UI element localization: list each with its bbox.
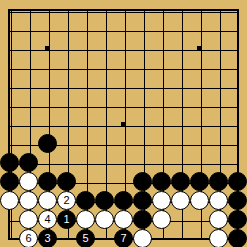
white-stone: 4 — [38, 210, 57, 229]
stones-layer: 2416357 — [0, 1, 247, 247]
black-stone — [209, 172, 228, 191]
move-number-label: 3 — [44, 233, 50, 244]
move-number-label: 4 — [44, 214, 50, 225]
white-stone — [76, 210, 95, 229]
white-stone — [209, 210, 228, 229]
black-stone — [228, 191, 247, 210]
black-stone — [38, 172, 57, 191]
move-number-label: 2 — [63, 195, 69, 206]
white-stone — [95, 210, 114, 229]
black-stone — [190, 172, 209, 191]
white-stone: 6 — [19, 229, 38, 247]
white-stone — [0, 191, 19, 210]
white-stone — [19, 172, 38, 191]
black-stone: 7 — [114, 229, 133, 247]
black-stone — [19, 153, 38, 172]
black-stone — [133, 191, 152, 210]
black-stone — [76, 191, 95, 210]
black-stone — [0, 172, 19, 191]
black-stone: 1 — [57, 210, 76, 229]
white-stone — [38, 191, 57, 210]
black-stone — [114, 191, 133, 210]
black-stone — [38, 134, 57, 153]
black-stone — [152, 172, 171, 191]
white-stone — [114, 210, 133, 229]
black-stone: 3 — [38, 229, 57, 247]
white-stone — [152, 191, 171, 210]
black-stone — [171, 172, 190, 191]
move-number-label: 7 — [120, 233, 126, 244]
white-stone — [19, 191, 38, 210]
white-stone — [209, 229, 228, 247]
white-stone: 2 — [57, 191, 76, 210]
black-stone: 5 — [76, 229, 95, 247]
white-stone — [190, 191, 209, 210]
go-board[interactable]: 2416357 — [0, 0, 247, 247]
black-stone — [228, 210, 247, 229]
move-number-label: 6 — [25, 233, 31, 244]
black-stone — [133, 210, 152, 229]
black-stone — [57, 172, 76, 191]
black-stone — [228, 229, 247, 247]
black-stone — [95, 191, 114, 210]
white-stone — [171, 191, 190, 210]
white-stone — [133, 229, 152, 247]
black-stone — [0, 153, 19, 172]
white-stone — [19, 210, 38, 229]
black-stone — [228, 172, 247, 191]
move-number-label: 1 — [63, 214, 69, 225]
white-stone — [209, 191, 228, 210]
white-stone — [152, 210, 171, 229]
black-stone — [133, 172, 152, 191]
move-number-label: 5 — [82, 233, 88, 244]
